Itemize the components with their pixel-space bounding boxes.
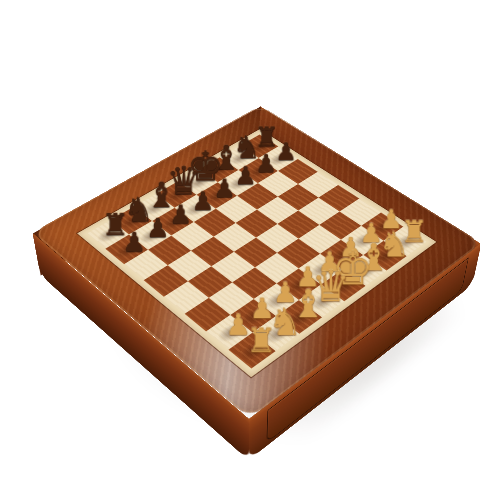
square-c5[interactable] xyxy=(191,237,234,267)
square-d4[interactable] xyxy=(234,238,277,268)
chess-box: ♜♞♝♛♚♝♞♜♟♟♟♟♟♟♟♟♟♟♟♟♟♟♟♟♜♞♝♛♚♝♞♜ xyxy=(32,106,480,420)
piece-black-pawn[interactable]: ♟ xyxy=(112,229,157,255)
board-top-face: ♜♞♝♛♚♝♞♜♟♟♟♟♟♟♟♟♟♟♟♟♟♟♟♟♜♞♝♛♚♝♞♜ xyxy=(32,105,480,419)
perspective-stage: ♜♞♝♛♚♝♞♜♟♟♟♟♟♟♟♟♟♟♟♟♟♟♟♟♜♞♝♛♚♝♞♜ xyxy=(0,0,480,480)
piece-white-rook[interactable]: ♜ xyxy=(237,324,286,358)
photo-scene: ♜♞♝♛♚♝♞♜♟♟♟♟♟♟♟♟♟♟♟♟♟♟♟♟♜♞♝♛♚♝♞♜ xyxy=(0,0,480,480)
